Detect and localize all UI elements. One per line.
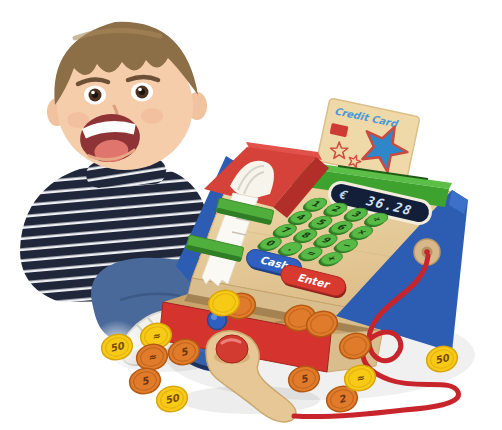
scene-svg: Credit Card [0,0,502,430]
eye-right [131,83,153,102]
eye-left [84,86,106,105]
photo-scene: Credit Card [0,0,502,430]
cheek-right [141,108,163,124]
coin-yellow: 50 [154,383,190,415]
